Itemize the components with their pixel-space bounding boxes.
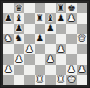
square-e3[interactable]: ♟ [45,54,56,64]
black-pawn-b6: ♟ [15,24,23,33]
square-h3[interactable] [77,54,88,64]
square-d2[interactable] [35,65,46,75]
black-pawn-a7: ♟ [4,14,12,23]
square-e5[interactable] [45,34,56,44]
square-c7[interactable] [24,13,35,23]
square-h8[interactable] [77,3,88,13]
square-g1[interactable]: ♚ [66,75,77,85]
square-f4[interactable]: ♟ [56,44,67,54]
square-h6[interactable] [77,24,88,34]
white-pawn-g7: ♟ [67,14,75,23]
square-b7[interactable]: ♝ [14,13,25,23]
white-rook-f1: ♜ [57,75,65,84]
square-d3[interactable] [35,54,46,64]
square-f7[interactable]: ♟ [56,13,67,23]
square-c4[interactable]: ♟ [24,44,35,54]
white-king-g1: ♚ [67,75,75,84]
square-d1[interactable]: ♜ [35,75,46,85]
square-c8[interactable] [24,3,35,13]
black-king-g8: ♚ [67,4,75,13]
square-a3[interactable] [3,54,14,64]
square-b3[interactable]: ♟ [14,54,25,64]
black-pawn-d5: ♟ [36,34,44,43]
square-g3[interactable] [66,54,77,64]
white-pawn-b3: ♟ [15,55,23,64]
white-rook-d1: ♜ [36,75,44,84]
square-e1[interactable] [45,75,56,85]
screenshot-background: ♛♜♚♟♝♜♝♟♟♟♟♞♞♟♛♟♟♟♟♟♟♟♜♜♚ [0,0,90,88]
white-pawn-h2: ♟ [78,65,86,74]
square-b4[interactable] [14,44,25,54]
white-pawn-f4: ♟ [57,45,65,54]
square-h2[interactable]: ♟ [77,65,88,75]
square-b5[interactable]: ♞ [14,34,25,44]
white-queen-h5: ♛ [78,34,86,43]
square-b8[interactable]: ♛ [14,3,25,13]
square-d7[interactable]: ♜ [35,13,46,23]
square-a4[interactable] [3,44,14,54]
square-f1[interactable]: ♜ [56,75,67,85]
black-bishop-e7: ♝ [46,14,54,23]
black-pawn-f7: ♟ [57,14,65,23]
square-a6[interactable] [3,24,14,34]
black-rook-d7: ♜ [36,14,44,23]
white-pawn-a2: ♟ [4,65,12,74]
square-d5[interactable]: ♟ [35,34,46,44]
square-f5[interactable] [56,34,67,44]
square-e7[interactable]: ♝ [45,13,56,23]
square-e6[interactable]: ♟ [45,24,56,34]
square-h5[interactable]: ♛ [77,34,88,44]
square-c3[interactable] [24,54,35,64]
square-h1[interactable] [77,75,88,85]
square-f6[interactable] [56,24,67,34]
square-e2[interactable] [45,65,56,75]
square-a1[interactable] [3,75,14,85]
square-f8[interactable]: ♜ [56,3,67,13]
square-g4[interactable] [66,44,77,54]
black-rook-f8: ♜ [57,4,65,13]
square-g2[interactable]: ♟ [66,65,77,75]
black-queen-b8: ♛ [15,4,23,13]
chess-board: ♛♜♚♟♝♜♝♟♟♟♟♞♞♟♛♟♟♟♟♟♟♟♜♜♚ [1,1,89,87]
square-h7[interactable] [77,13,88,23]
square-h4[interactable] [77,44,88,54]
square-g5[interactable] [66,34,77,44]
square-e8[interactable] [45,3,56,13]
white-pawn-g2: ♟ [67,65,75,74]
square-b2[interactable] [14,65,25,75]
square-f3[interactable] [56,54,67,64]
black-knight-b5: ♞ [15,34,23,43]
square-g6[interactable] [66,24,77,34]
square-a5[interactable]: ♞ [3,34,14,44]
square-a8[interactable] [3,3,14,13]
square-c6[interactable] [24,24,35,34]
white-pawn-c4: ♟ [25,45,33,54]
white-knight-a5: ♞ [4,34,12,43]
square-b1[interactable] [14,75,25,85]
square-c5[interactable] [24,34,35,44]
white-pawn-e3: ♟ [46,55,54,64]
square-c2[interactable] [24,65,35,75]
square-c1[interactable] [24,75,35,85]
square-d8[interactable] [35,3,46,13]
black-bishop-b7: ♝ [15,14,23,23]
black-pawn-e6: ♟ [46,24,54,33]
square-b6[interactable]: ♟ [14,24,25,34]
square-f2[interactable] [56,65,67,75]
square-a7[interactable]: ♟ [3,13,14,23]
square-g8[interactable]: ♚ [66,3,77,13]
square-e4[interactable] [45,44,56,54]
square-g7[interactable]: ♟ [66,13,77,23]
square-a2[interactable]: ♟ [3,65,14,75]
square-d4[interactable] [35,44,46,54]
square-d6[interactable] [35,24,46,34]
